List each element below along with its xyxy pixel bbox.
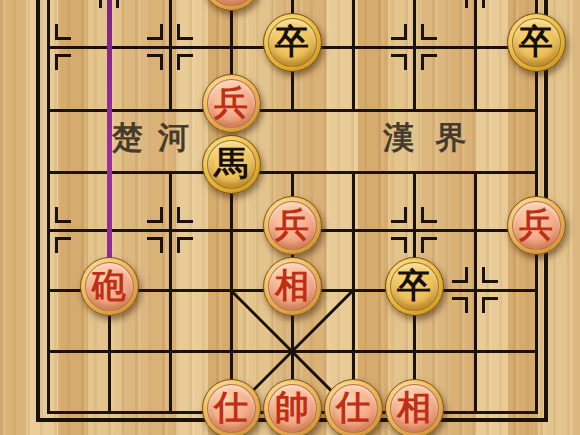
piece-face: 兵 (268, 201, 317, 250)
piece-glyph: 仕 (214, 391, 248, 425)
piece-glyph: 兵 (214, 86, 248, 120)
piece-face: 相 (268, 262, 317, 311)
piece-red-king-e10[interactable]: 帥 (263, 379, 322, 435)
piece-glyph: 帥 (275, 391, 309, 425)
piece-black-pawn-g8[interactable]: 卒 (385, 257, 444, 316)
piece-face: 卒 (512, 18, 561, 67)
piece-black-pawn-i4[interactable]: 卒 (507, 13, 566, 72)
piece-face (207, 0, 256, 6)
piece-red-cannon-b8[interactable]: 砲 (80, 257, 139, 316)
piece-red-advisor-d10[interactable]: 仕 (202, 379, 261, 435)
piece-glyph: 兵 (519, 208, 553, 242)
piece-face: 仕 (329, 384, 378, 433)
piece-red-pawn-e7[interactable]: 兵 (263, 196, 322, 255)
piece-red-elephant-g10[interactable]: 相 (385, 379, 444, 435)
piece-glyph: 卒 (275, 25, 309, 59)
piece-face: 帥 (268, 384, 317, 433)
piece-red-advisor-f10[interactable]: 仕 (324, 379, 383, 435)
piece-red-pawn-i7[interactable]: 兵 (507, 196, 566, 255)
piece-black-horse-d6[interactable]: 馬 (202, 135, 261, 194)
piece-face: 砲 (85, 262, 134, 311)
piece-glyph: 仕 (336, 391, 370, 425)
piece-glyph: 相 (397, 391, 431, 425)
piece-face: 馬 (207, 140, 256, 189)
piece-face: 仕 (207, 384, 256, 433)
piece-face: 兵 (512, 201, 561, 250)
piece-glyph: 相 (275, 269, 309, 303)
piece-glyph: 兵 (275, 208, 309, 242)
piece-glyph: 卒 (397, 269, 431, 303)
piece-glyph: 砲 (92, 269, 126, 303)
piece-black-pawn-e4[interactable]: 卒 (263, 13, 322, 72)
piece-red-pawn-d5[interactable]: 兵 (202, 74, 261, 133)
xiangqi-board: 楚河 漢界 卒卒兵馬兵兵砲相卒仕帥仕相 (0, 0, 580, 435)
piece-face: 相 (390, 384, 439, 433)
piece-glyph: 卒 (519, 25, 553, 59)
pieces-grid: 卒卒兵馬兵兵砲相卒仕帥仕相 (18, 0, 567, 435)
piece-glyph: 馬 (214, 147, 248, 181)
piece-face: 卒 (268, 18, 317, 67)
piece-red-elephant-e8[interactable]: 相 (263, 257, 322, 316)
piece-red-unknown-d3[interactable] (202, 0, 261, 11)
piece-face: 卒 (390, 262, 439, 311)
piece-face: 兵 (207, 79, 256, 128)
